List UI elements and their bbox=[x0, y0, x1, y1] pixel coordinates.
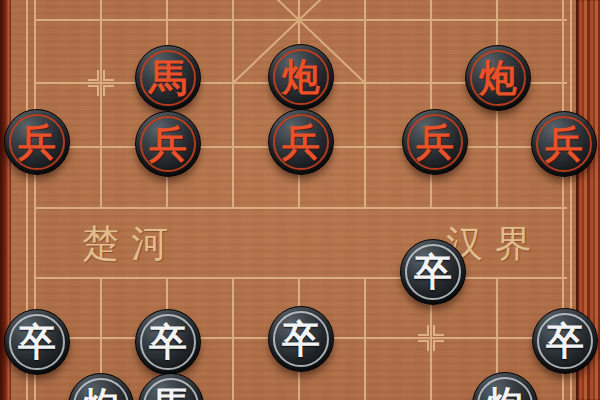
piece-ring bbox=[140, 50, 196, 106]
piece-ring bbox=[405, 244, 461, 300]
piece-ring bbox=[273, 114, 329, 170]
piece-glyph: 卒 bbox=[149, 310, 187, 374]
piece-glyph: 卒 bbox=[18, 310, 56, 374]
piece-glyph: 兵 bbox=[545, 112, 583, 176]
piece-glyph: 兵 bbox=[416, 110, 454, 174]
piece-ring bbox=[470, 50, 526, 106]
piece-black-soldier[interactable]: 卒 bbox=[400, 239, 466, 305]
piece-glyph: 兵 bbox=[282, 110, 320, 174]
piece-glyph: 兵 bbox=[149, 112, 187, 176]
piece-glyph: 卒 bbox=[414, 240, 452, 304]
xiangqi-board[interactable]: 楚河 汉界 馬炮炮兵兵兵兵兵卒卒卒卒卒炮馬炮 bbox=[0, 0, 600, 400]
piece-glyph: 馬 bbox=[152, 374, 190, 400]
piece-black-soldier[interactable]: 卒 bbox=[268, 306, 334, 372]
piece-ring bbox=[9, 114, 65, 170]
piece-glyph: 兵 bbox=[18, 110, 56, 174]
piece-ring bbox=[73, 378, 129, 400]
piece-glyph: 炮 bbox=[82, 374, 120, 400]
piece-red-cannon[interactable]: 炮 bbox=[268, 44, 334, 110]
piece-glyph: 炮 bbox=[486, 373, 524, 400]
piece-black-cannon[interactable]: 炮 bbox=[68, 373, 134, 400]
piece-glyph: 炮 bbox=[479, 46, 517, 110]
piece-ring bbox=[407, 114, 463, 170]
piece-black-soldier[interactable]: 卒 bbox=[135, 309, 201, 375]
piece-red-cannon[interactable]: 炮 bbox=[465, 45, 531, 111]
piece-ring bbox=[143, 378, 199, 400]
piece-red-horse[interactable]: 馬 bbox=[135, 45, 201, 111]
piece-ring bbox=[477, 377, 533, 400]
piece-glyph: 卒 bbox=[546, 309, 584, 373]
piece-ring bbox=[273, 311, 329, 367]
piece-red-soldier[interactable]: 兵 bbox=[402, 109, 468, 175]
pieces-layer: 馬炮炮兵兵兵兵兵卒卒卒卒卒炮馬炮 bbox=[0, 0, 600, 400]
piece-ring bbox=[140, 314, 196, 370]
piece-black-soldier[interactable]: 卒 bbox=[4, 309, 70, 375]
piece-red-soldier[interactable]: 兵 bbox=[531, 111, 597, 177]
piece-glyph: 卒 bbox=[282, 307, 320, 371]
piece-glyph: 炮 bbox=[282, 45, 320, 109]
piece-black-cannon[interactable]: 炮 bbox=[472, 372, 538, 400]
piece-black-soldier[interactable]: 卒 bbox=[532, 308, 598, 374]
piece-red-soldier[interactable]: 兵 bbox=[268, 109, 334, 175]
piece-ring bbox=[9, 314, 65, 370]
piece-ring bbox=[536, 116, 592, 172]
piece-ring bbox=[537, 313, 593, 369]
piece-glyph: 馬 bbox=[149, 46, 187, 110]
piece-black-horse[interactable]: 馬 bbox=[138, 373, 204, 400]
piece-red-soldier[interactable]: 兵 bbox=[135, 111, 201, 177]
piece-ring bbox=[273, 49, 329, 105]
piece-red-soldier[interactable]: 兵 bbox=[4, 109, 70, 175]
piece-ring bbox=[140, 116, 196, 172]
